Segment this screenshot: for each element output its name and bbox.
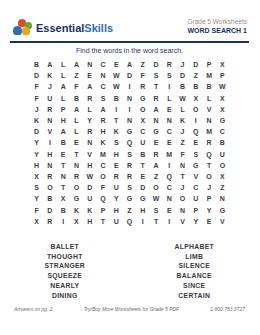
brand-name: EssentialSkills [36,22,113,34]
grid-cell-r4-c4: B [70,93,83,104]
grid-cell-r14-c2: D [43,205,56,216]
grid-cell-r13-c8: G [123,193,136,204]
grid-cell-r1-c6: C [96,59,109,70]
grid-cell-r7-c7: K [110,126,123,137]
grid-cell-r5-c2: R [43,104,56,115]
grid-cell-r5-c7: I [110,104,123,115]
grid-cell-r6-c8: N [123,115,136,126]
grid-cell-r12-c9: D [136,182,149,193]
grid-cell-r8-c10: E [149,137,162,148]
grid-cell-r8-c7: S [110,137,123,148]
grid-cell-r5-c12: L [176,104,189,115]
grid-cell-r6-c13: I [189,115,202,126]
grid-cell-r13-c7: Y [110,193,123,204]
grid-cell-r3-c12: B [176,81,189,92]
grid-cell-r6-c10: N [149,115,162,126]
grid-cell-r2-c7: W [110,70,123,81]
grid-cell-r5-c9: O [136,104,149,115]
footer-right-text: 1.800.753.3727 [210,306,245,312]
grid-cell-r11-c9: E [136,171,149,182]
grid-cell-r3-c9: R [136,81,149,92]
grid-cell-r10-c13: G [189,160,202,171]
grid-cell-r4-c6: S [96,93,109,104]
grid-cell-r3-c4: F [70,81,83,92]
grid-cell-r1-c11: R [163,59,176,70]
grid-cell-r6-c6: R [96,115,109,126]
grid-cell-r5-c4: A [70,104,83,115]
grid-cell-r2-c15: P [216,70,229,81]
grid-cell-r4-c10: R [149,93,162,104]
grid-cell-r2-c2: K [43,70,56,81]
grid-cell-r1-c7: E [110,59,123,70]
grid-cell-r1-c15: X [216,59,229,70]
grid-cell-r7-c12: J [176,126,189,137]
grid-cell-r6-c15: G [216,115,229,126]
grid-cell-r7-c2: V [43,126,56,137]
grid-cell-r6-c3: H [57,115,70,126]
grid-cell-r4-c7: B [110,93,123,104]
header: EssentialSkills Grade 5 Worksheets WORD … [12,18,247,40]
grid-cell-r14-c10: S [149,205,162,216]
grid-cell-r5-c10: A [149,104,162,115]
grid-cell-r9-c10: R [149,149,162,160]
grid-cell-r11-c15: X [216,171,229,182]
grid-cell-r1-c5: N [83,59,96,70]
grid-cell-r14-c11: E [163,205,176,216]
word-item: LIMB [130,252,260,262]
grid-cell-r12-c14: J [202,182,215,193]
grid-cell-r15-c14: E [202,216,215,227]
word-item: ALPHABET [130,242,260,252]
grid-cell-r4-c14: L [202,93,215,104]
grid-cell-r3-c8: I [123,81,136,92]
grid-cell-r15-c9: I [136,216,149,227]
grid-cell-r6-c4: L [70,115,83,126]
grid-cell-r2-c8: D [123,70,136,81]
worksheet-title: WORD SEARCH 1 [187,26,247,35]
grid-cell-r9-c3: E [57,149,70,160]
grid-cell-r14-c14: Y [202,205,215,216]
essentialskills-logo [13,19,32,36]
grid-cell-r7-c5: R [83,126,96,137]
grid-cell-r2-c1: D [30,70,43,81]
grid-cell-r15-c6: T [96,216,109,227]
grid-cell-r2-c6: N [96,70,109,81]
grid-cell-r3-c11: I [163,81,176,92]
grid-cell-r13-c4: G [70,193,83,204]
grid-cell-r4-c13: X [189,93,202,104]
grid-cell-r10-c12: N [176,160,189,171]
grid-cell-r9-c14: Q [202,149,215,160]
grid-cell-r15-c2: R [43,216,56,227]
grid-cell-r1-c1: B [30,59,43,70]
grid-cell-r13-c13: U [189,193,202,204]
grid-cell-r1-c9: Z [136,59,149,70]
grid-cell-r9-c6: M [96,149,109,160]
grid-cell-r10-c1: H [30,160,43,171]
grid-cell-r15-c11: I [163,216,176,227]
grid-cell-r10-c7: E [110,160,123,171]
grid-cell-r11-c14: O [202,171,215,182]
grid-cell-r15-c7: U [110,216,123,227]
grid-cell-r8-c9: U [136,137,149,148]
grid-cell-r5-c5: L [83,104,96,115]
grid-cell-r14-c4: K [70,205,83,216]
grid-cell-r11-c13: V [189,171,202,182]
word-item: SINCE [130,281,260,291]
footer-middle-text: Try/Buy More Worksheets for Grade 5 PDF [84,306,180,312]
grid-cell-r13-c10: W [149,193,162,204]
word-item: BALANCE [130,271,260,281]
grid-cell-r13-c3: X [57,193,70,204]
grid-cell-r7-c8: G [123,126,136,137]
grid-cell-r10-c8: R [123,160,136,171]
grid-cell-r6-c11: N [163,115,176,126]
grid-cell-r5-c11: E [163,104,176,115]
grid-cell-r9-c12: F [176,149,189,160]
grid-cell-r11-c3: N [57,171,70,182]
grid-cell-r4-c8: N [123,93,136,104]
word-grid: BALANCEAZDRJDPXDKLZENWDFSSDZMPFJAFACWIRT… [30,59,229,227]
grid-cell-r11-c4: R [70,171,83,182]
grid-cell-r2-c5: E [83,70,96,81]
grid-cell-r6-c14: N [202,115,215,126]
grid-cell-r12-c15: Z [216,182,229,193]
grid-cell-r3-c1: F [30,81,43,92]
grid-cell-r1-c10: D [149,59,162,70]
grid-cell-r13-c6: Q [96,193,109,204]
word-list-left-column: BALLET THOUGHT STRANGER SQUEEZE NEARLY D… [0,242,130,300]
grid-cell-r11-c7: R [110,171,123,182]
grid-cell-r4-c2: U [43,93,56,104]
grid-cell-r11-c1: X [30,171,43,182]
grid-cell-r5-c8: I [123,104,136,115]
instruction-text: Find the words in the word search. [0,47,259,54]
grid-cell-r1-c4: A [70,59,83,70]
grid-cell-r14-c7: H [110,205,123,216]
grid-cell-r9-c15: U [216,149,229,160]
grid-cell-r9-c11: M [163,149,176,160]
grid-cell-r6-c9: X [136,115,149,126]
grid-cell-r10-c10: A [149,160,162,171]
logo-orange-shape [22,27,30,35]
grid-cell-r3-c7: W [110,81,123,92]
footer-left-text: Answers on pg. 2 [14,306,53,312]
header-divider [10,41,249,43]
grid-cell-r7-c6: H [96,126,109,137]
grid-cell-r9-c2: H [43,149,56,160]
grid-cell-r12-c3: T [57,182,70,193]
grid-cell-r8-c1: Y [30,137,43,148]
grid-cell-r15-c3: I [57,216,70,227]
grid-cell-r15-c13: Y [189,216,202,227]
grid-cell-r9-c1: Y [30,149,43,160]
grid-cell-r15-c12: V [176,216,189,227]
grid-cell-r10-c3: T [57,160,70,171]
grid-cell-r9-c4: T [70,149,83,160]
grid-cell-r1-c3: L [57,59,70,70]
grid-cell-r11-c5: W [83,171,96,182]
grid-cell-r11-c11: Q [163,171,176,182]
grid-cell-r14-c3: B [57,205,70,216]
footer: Answers on pg. 2 Try/Buy More Worksheets… [14,306,245,312]
grid-cell-r11-c2: R [43,171,56,182]
grid-cell-r5-c3: P [57,104,70,115]
brand-skills: Skills [84,22,113,34]
grid-cell-r11-c10: Z [149,171,162,182]
grid-cell-r8-c6: K [96,137,109,148]
grid-cell-r12-c8: S [123,182,136,193]
grid-cell-r5-c1: J [30,104,43,115]
grid-cell-r7-c3: A [57,126,70,137]
grid-cell-r11-c8: R [123,171,136,182]
grid-cell-r7-c14: M [202,126,215,137]
grid-cell-r8-c12: Z [176,137,189,148]
grid-cell-r9-c9: B [136,149,149,160]
grid-cell-r9-c13: S [189,149,202,160]
grid-cell-r5-c14: V [202,104,215,115]
grid-cell-r6-c12: K [176,115,189,126]
grid-cell-r2-c12: D [176,70,189,81]
grid-cell-r7-c13: Q [189,126,202,137]
grid-cell-r4-c11: L [163,93,176,104]
grid-cell-r12-c5: D [83,182,96,193]
grid-cell-r3-c15: W [216,81,229,92]
header-right: Grade 5 Worksheets WORD SEARCH 1 [187,18,247,35]
grid-cell-r4-c3: L [57,93,70,104]
grid-cell-r15-c1: X [30,216,43,227]
grid-cell-r12-c1: S [30,182,43,193]
grid-cell-r13-c9: G [136,193,149,204]
grid-cell-r9-c5: V [83,149,96,160]
grid-cell-r12-c4: O [70,182,83,193]
word-item: DINING [0,291,130,301]
word-item: THOUGHT [0,252,130,262]
grid-cell-r8-c15: B [216,137,229,148]
worksheet-subtitle: Grade 5 Worksheets [187,18,247,26]
word-item: NEARLY [0,281,130,291]
grid-cell-r11-c12: T [176,171,189,182]
grid-cell-r8-c11: E [163,137,176,148]
grid-cell-r5-c15: X [216,104,229,115]
grid-cell-r10-c5: H [83,160,96,171]
grid-cell-r10-c15: O [216,160,229,171]
grid-cell-r4-c12: W [176,93,189,104]
grid-cell-r10-c6: C [96,160,109,171]
grid-cell-r1-c13: D [189,59,202,70]
grid-cell-r13-c14: P [202,193,215,204]
word-item: SQUEEZE [0,271,130,281]
grid-cell-r10-c2: N [43,160,56,171]
grid-cell-r12-c11: C [163,182,176,193]
grid-cell-r7-c9: C [136,126,149,137]
grid-cell-r14-c8: Z [123,205,136,216]
grid-cell-r14-c15: G [216,205,229,216]
grid-cell-r14-c1: F [30,205,43,216]
grid-cell-r12-c10: O [149,182,162,193]
grid-cell-r3-c14: B [202,81,215,92]
word-item: BALLET [0,242,130,252]
grid-cell-r11-c6: O [96,171,109,182]
worksheet-page: EssentialSkills Grade 5 Worksheets WORD … [0,0,259,335]
grid-cell-r10-c9: T [136,160,149,171]
logo-blue-shape [13,26,22,35]
grid-cell-r4-c15: X [216,93,229,104]
grid-cell-r8-c5: N [83,137,96,148]
grid-cell-r8-c4: E [70,137,83,148]
grid-cell-r7-c4: L [70,126,83,137]
grid-cell-r2-c4: Z [70,70,83,81]
grid-cell-r13-c5: U [83,193,96,204]
grid-cell-r6-c5: Y [83,115,96,126]
word-list-right-column: ALPHABET LIMB SILENCE BALANCE SINCE CERT… [130,242,260,300]
grid-cell-r8-c3: B [57,137,70,148]
grid-cell-r3-c5: A [83,81,96,92]
grid-cell-r13-c12: O [176,193,189,204]
grid-cell-r7-c10: G [149,126,162,137]
grid-cell-r3-c10: T [149,81,162,92]
grid-cell-r14-c5: K [83,205,96,216]
grid-cell-r13-c11: N [163,193,176,204]
grid-cell-r8-c2: I [43,137,56,148]
grid-cell-r8-c13: E [189,137,202,148]
grid-cell-r12-c7: U [110,182,123,193]
grid-cell-r12-c12: J [176,182,189,193]
grid-cell-r2-c13: Z [189,70,202,81]
grid-cell-r1-c14: P [202,59,215,70]
grid-cell-r3-c3: A [57,81,70,92]
grid-cell-r12-c2: O [43,182,56,193]
grid-cell-r6-c7: T [110,115,123,126]
grid-cell-r13-c15: N [216,193,229,204]
grid-cell-r7-c15: C [216,126,229,137]
grid-cell-r9-c8: S [123,149,136,160]
grid-cell-r4-c9: G [136,93,149,104]
word-list: BALLET THOUGHT STRANGER SQUEEZE NEARLY D… [0,242,259,300]
grid-cell-r3-c2: J [43,81,56,92]
grid-cell-r4-c5: R [83,93,96,104]
brand-essential: Essential [36,22,84,34]
grid-cell-r6-c1: K [30,115,43,126]
grid-cell-r2-c9: F [136,70,149,81]
grid-cell-r10-c14: T [202,160,215,171]
grid-cell-r9-c7: H [110,149,123,160]
grid-cell-r10-c4: N [70,160,83,171]
grid-cell-r8-c14: R [202,137,215,148]
grid-cell-r12-c13: C [189,182,202,193]
grid-cell-r12-c6: F [96,182,109,193]
grid-cell-r14-c12: N [176,205,189,216]
grid-cell-r15-c4: X [70,216,83,227]
grid-cell-r5-c6: A [96,104,109,115]
grid-cell-r14-c13: P [189,205,202,216]
grid-cell-r7-c1: D [30,126,43,137]
grid-cell-r15-c10: T [149,216,162,227]
grid-cell-r15-c5: H [83,216,96,227]
grid-cell-r4-c1: F [30,93,43,104]
grid-cell-r14-c6: P [96,205,109,216]
grid-cell-r10-c11: I [163,160,176,171]
grid-cell-r5-c13: O [189,104,202,115]
grid-cell-r2-c10: S [149,70,162,81]
grid-cell-r1-c12: J [176,59,189,70]
word-item: CERTAIN [130,291,260,301]
grid-cell-r3-c6: C [96,81,109,92]
grid-cell-r8-c8: Q [123,137,136,148]
grid-cell-r2-c14: M [202,70,215,81]
grid-cell-r13-c1: Y [30,193,43,204]
grid-cell-r15-c8: Q [123,216,136,227]
grid-cell-r1-c2: A [43,59,56,70]
grid-cell-r6-c2: N [43,115,56,126]
grid-cell-r1-c8: A [123,59,136,70]
grid-cell-r2-c3: L [57,70,70,81]
grid-cell-r13-c2: B [43,193,56,204]
grid-cell-r3-c13: B [189,81,202,92]
grid-cell-r14-c9: H [136,205,149,216]
word-item: SILENCE [130,261,260,271]
word-item: STRANGER [0,261,130,271]
grid-cell-r2-c11: S [163,70,176,81]
grid-cell-r15-c15: V [216,216,229,227]
grid-cell-r7-c11: C [163,126,176,137]
